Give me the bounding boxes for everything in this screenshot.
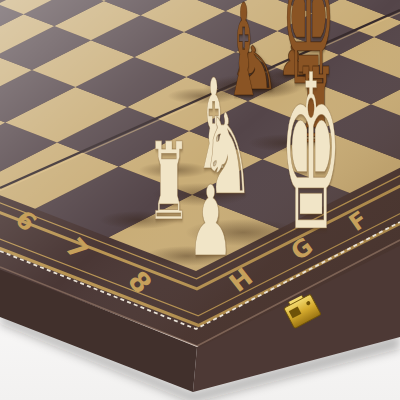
chess-set-photo: 876HGF ♚♞♝♜♟♚♝♞♟♜ xyxy=(0,0,400,400)
board-svg: 876HGF xyxy=(0,0,400,400)
board: 876HGF xyxy=(0,0,400,400)
